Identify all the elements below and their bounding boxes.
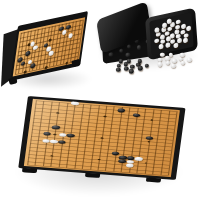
go-stone-black (21, 61, 26, 66)
star-point (144, 162, 147, 163)
loose-black-stones (112, 57, 150, 74)
star-point (65, 61, 68, 64)
go-stone-black (132, 113, 140, 117)
star-point (48, 38, 51, 41)
loose-stone-white (157, 62, 161, 66)
star-point (150, 119, 153, 120)
loose-stone-white (176, 19, 181, 25)
loose-stone-white (169, 53, 173, 57)
loose-stone-white (186, 26, 191, 32)
product-photo-go-set (0, 0, 200, 200)
go-stone-black (117, 109, 125, 113)
go-stone-black (66, 134, 74, 138)
loose-stone-white (174, 42, 179, 48)
loose-stone-black (129, 69, 133, 73)
main-board (18, 96, 185, 180)
loose-stone-black (118, 59, 122, 63)
go-stone-black (111, 151, 119, 155)
star-point (51, 155, 54, 156)
go-stone-black (58, 140, 66, 144)
go-stone-white (71, 101, 79, 105)
go-stone-black (43, 132, 51, 136)
main-board-wood (24, 99, 180, 177)
loose-stone-white (172, 59, 176, 63)
go-stone-black (25, 51, 30, 56)
loose-stone-traydark (119, 48, 124, 53)
loose-stone-white (165, 56, 169, 60)
loose-stone-white (154, 38, 159, 44)
loose-stone-white (187, 58, 191, 62)
go-stone-black (145, 136, 153, 140)
loose-stone-black (127, 59, 131, 63)
loose-stone-black (116, 67, 120, 71)
loose-stone-black (124, 66, 128, 70)
main-board-grid (27, 100, 176, 175)
loose-stone-white (160, 52, 164, 56)
loose-stone-black (144, 64, 148, 68)
star-point (24, 70, 27, 73)
loose-stone-white (159, 44, 164, 50)
star-point (45, 66, 48, 69)
go-stone-black (52, 125, 60, 129)
loose-stone-white (171, 64, 175, 68)
loose-stone-white (175, 24, 180, 30)
star-point (56, 112, 59, 113)
star-point (98, 159, 101, 160)
loose-stone-white (180, 60, 184, 64)
loose-stone-black (138, 59, 142, 63)
loose-stone-traydark (137, 45, 142, 50)
loose-stone-white (180, 53, 184, 57)
loose-stone-white (183, 38, 188, 44)
loose-stone-white (165, 42, 170, 48)
go-stone-white (126, 163, 134, 167)
loose-stone-black (138, 66, 142, 70)
star-point (147, 141, 150, 142)
go-stone-white (49, 50, 54, 55)
go-stone-white (68, 33, 73, 38)
loose-stone-white (166, 61, 170, 65)
loose-white-stones (153, 50, 193, 69)
star-point (100, 137, 103, 138)
star-point (103, 116, 106, 117)
loose-stone-traydark (127, 44, 132, 49)
star-point (54, 134, 57, 135)
go-stone-white (62, 30, 67, 35)
go-stone-white (33, 45, 38, 50)
go-stone-white (134, 157, 142, 161)
go-stone-black (30, 63, 35, 68)
